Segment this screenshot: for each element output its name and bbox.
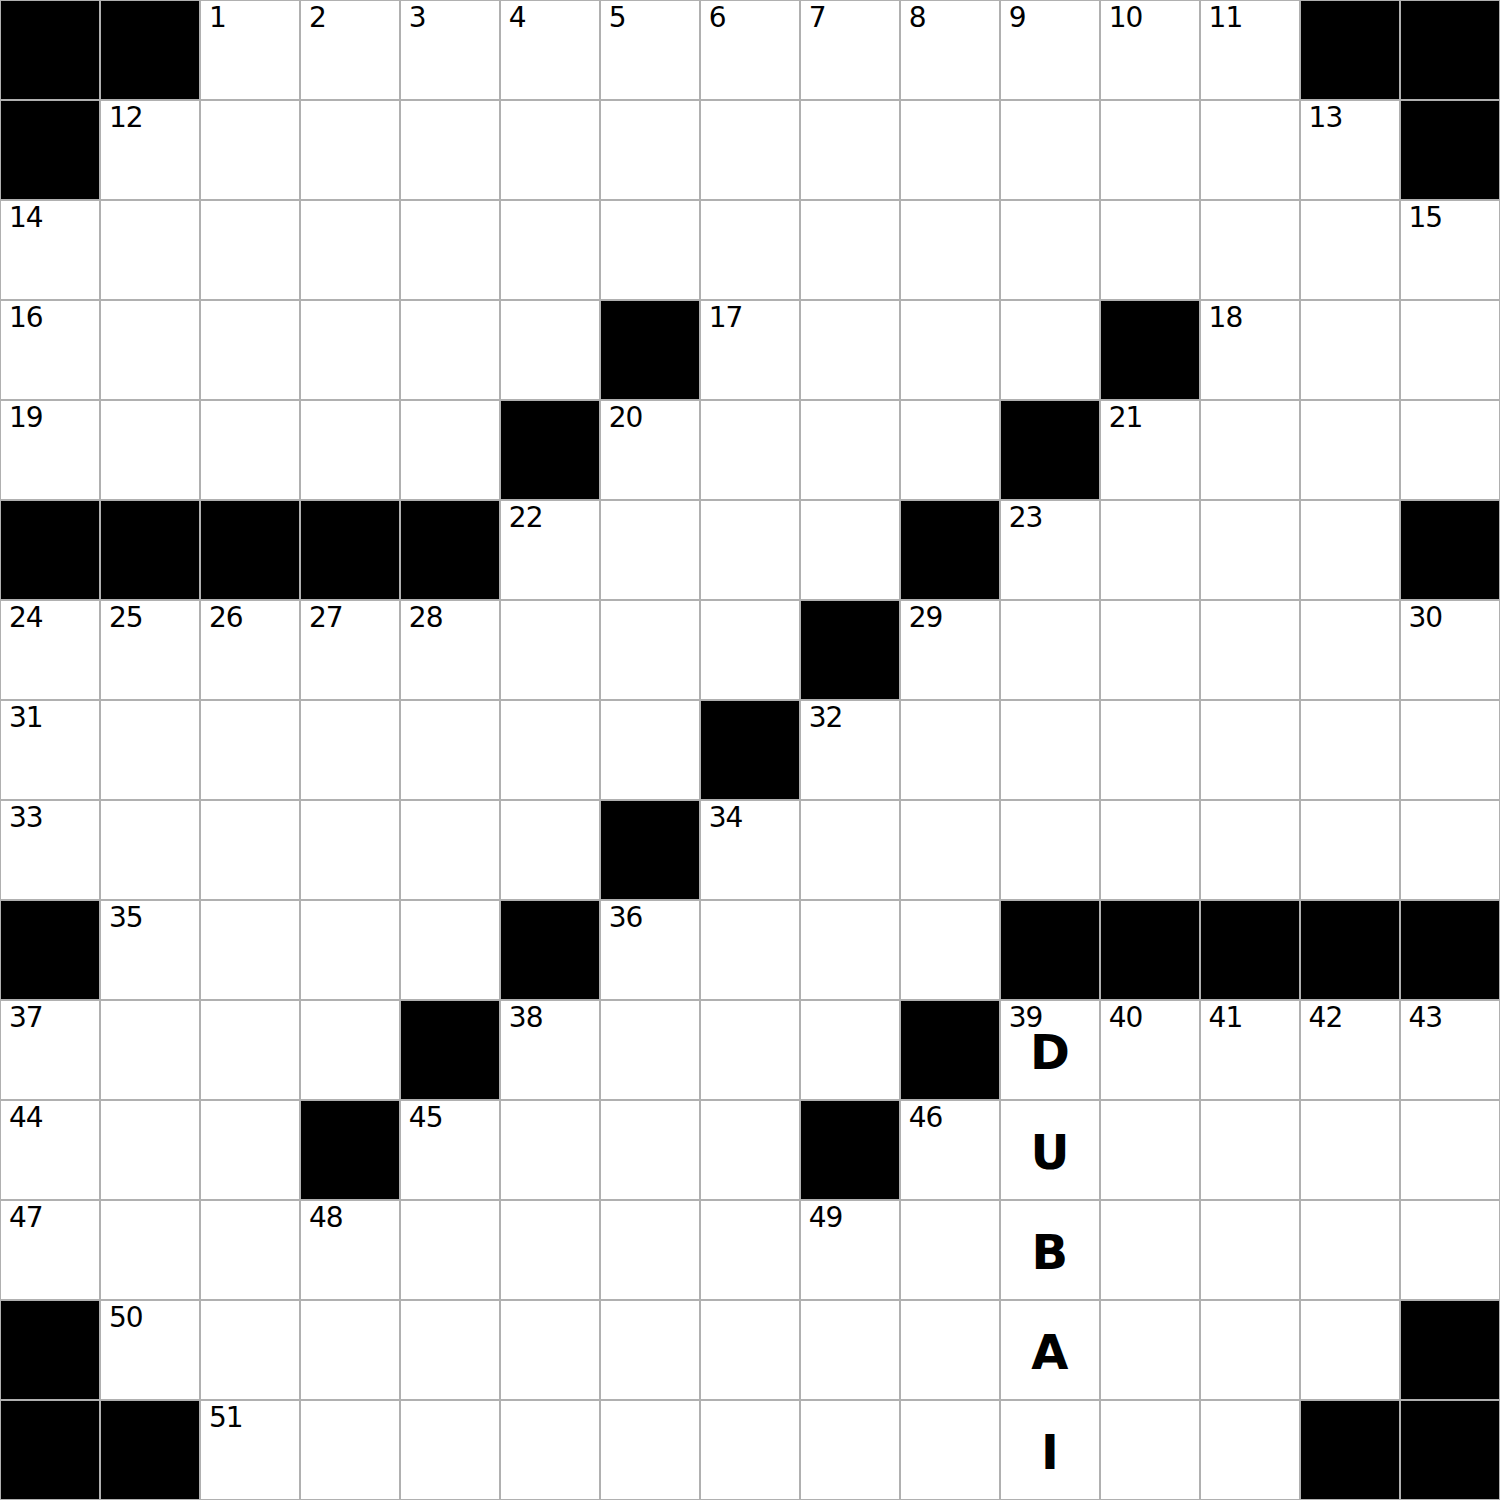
white-cell-r2c12[interactable] bbox=[1201, 201, 1299, 299]
filled-letter-r12c10: B bbox=[1032, 1224, 1069, 1280]
white-cell-r3c2[interactable] bbox=[201, 301, 299, 399]
white-cell-r8c10[interactable] bbox=[1001, 801, 1099, 899]
white-cell-r3c8[interactable] bbox=[801, 301, 899, 399]
white-cell-r13c11[interactable] bbox=[1101, 1301, 1199, 1399]
white-cell-r11c5[interactable] bbox=[501, 1101, 599, 1199]
white-cell-r12c6[interactable] bbox=[601, 1201, 699, 1299]
white-cell-r5c12[interactable] bbox=[1201, 501, 1299, 599]
white-cell-r8c3[interactable] bbox=[301, 801, 399, 899]
white-cell-r13c4[interactable] bbox=[401, 1301, 499, 1399]
white-cell-r3c0[interactable]: 16 bbox=[1, 301, 99, 399]
clue-number-32: 32 bbox=[809, 703, 843, 734]
black-cell-r9c5 bbox=[501, 901, 599, 999]
black-cell-r3c6 bbox=[601, 301, 699, 399]
filled-letter-r13c10: A bbox=[1031, 1324, 1068, 1380]
white-cell-r4c3[interactable] bbox=[301, 401, 399, 499]
white-cell-r5c6[interactable] bbox=[601, 501, 699, 599]
white-cell-r1c11[interactable] bbox=[1101, 101, 1199, 199]
clue-number-40: 40 bbox=[1109, 1003, 1143, 1034]
black-cell-r14c1 bbox=[101, 1401, 199, 1499]
white-cell-r6c11[interactable] bbox=[1101, 601, 1199, 699]
white-cell-r8c13[interactable] bbox=[1301, 801, 1399, 899]
white-cell-r10c6[interactable] bbox=[601, 1001, 699, 1099]
white-cell-r12c3[interactable]: 48 bbox=[301, 1201, 399, 1299]
white-cell-r2c14[interactable]: 15 bbox=[1401, 201, 1499, 299]
white-cell-r2c5[interactable] bbox=[501, 201, 599, 299]
clue-number-35: 35 bbox=[109, 903, 143, 934]
white-cell-r2c10[interactable] bbox=[1001, 201, 1099, 299]
white-cell-r8c2[interactable] bbox=[201, 801, 299, 899]
clue-number-21: 21 bbox=[1109, 403, 1143, 434]
black-cell-r10c4 bbox=[401, 1001, 499, 1099]
white-cell-r12c0[interactable]: 47 bbox=[1, 1201, 99, 1299]
white-cell-r7c11[interactable] bbox=[1101, 701, 1199, 799]
clue-number-17: 17 bbox=[709, 303, 743, 334]
black-cell-r13c0 bbox=[1, 1301, 99, 1399]
black-cell-r9c11 bbox=[1101, 901, 1199, 999]
white-cell-r7c3[interactable] bbox=[301, 701, 399, 799]
clue-number-3: 3 bbox=[409, 3, 426, 34]
black-cell-r5c14 bbox=[1401, 501, 1499, 599]
white-cell-r9c7[interactable] bbox=[701, 901, 799, 999]
white-cell-r7c10[interactable] bbox=[1001, 701, 1099, 799]
clue-number-11: 11 bbox=[1209, 3, 1243, 34]
white-cell-r11c2[interactable] bbox=[201, 1101, 299, 1199]
white-cell-r0c9[interactable]: 8 bbox=[901, 1, 999, 99]
clue-number-14: 14 bbox=[9, 203, 43, 234]
white-cell-r4c13[interactable] bbox=[1301, 401, 1399, 499]
white-cell-r14c5[interactable] bbox=[501, 1401, 599, 1499]
white-cell-r8c0[interactable]: 33 bbox=[1, 801, 99, 899]
white-cell-r1c3[interactable] bbox=[301, 101, 399, 199]
black-cell-r11c3 bbox=[301, 1101, 399, 1199]
white-cell-r8c7[interactable]: 34 bbox=[701, 801, 799, 899]
clue-number-43: 43 bbox=[1409, 1003, 1443, 1034]
white-cell-r11c13[interactable] bbox=[1301, 1101, 1399, 1199]
white-cell-r2c9[interactable] bbox=[901, 201, 999, 299]
clue-number-28: 28 bbox=[409, 603, 443, 634]
white-cell-r9c8[interactable] bbox=[801, 901, 899, 999]
white-cell-r5c7[interactable] bbox=[701, 501, 799, 599]
white-cell-r6c0[interactable]: 24 bbox=[1, 601, 99, 699]
white-cell-r6c5[interactable] bbox=[501, 601, 599, 699]
clue-number-8: 8 bbox=[909, 3, 926, 34]
white-cell-r8c12[interactable] bbox=[1201, 801, 1299, 899]
clue-number-5: 5 bbox=[609, 3, 626, 34]
white-cell-r4c8[interactable] bbox=[801, 401, 899, 499]
black-cell-r5c9 bbox=[901, 501, 999, 599]
white-cell-r10c1[interactable] bbox=[101, 1001, 199, 1099]
white-cell-r1c12[interactable] bbox=[1201, 101, 1299, 199]
white-cell-r6c7[interactable] bbox=[701, 601, 799, 699]
filled-letter-r11c10: U bbox=[1030, 1124, 1069, 1180]
white-cell-r10c14[interactable]: 43 bbox=[1401, 1001, 1499, 1099]
white-cell-r10c0[interactable]: 37 bbox=[1, 1001, 99, 1099]
white-cell-r2c8[interactable] bbox=[801, 201, 899, 299]
white-cell-r14c3[interactable] bbox=[301, 1401, 399, 1499]
white-cell-r2c4[interactable] bbox=[401, 201, 499, 299]
white-cell-r3c5[interactable] bbox=[501, 301, 599, 399]
white-cell-r6c10[interactable] bbox=[1001, 601, 1099, 699]
filled-letter-r14c10: I bbox=[1041, 1424, 1059, 1480]
white-cell-r13c12[interactable] bbox=[1201, 1301, 1299, 1399]
clue-number-18: 18 bbox=[1209, 303, 1243, 334]
white-cell-r12c1[interactable] bbox=[101, 1201, 199, 1299]
white-cell-r14c2[interactable]: 51 bbox=[201, 1401, 299, 1499]
white-cell-r8c1[interactable] bbox=[101, 801, 199, 899]
clue-number-38: 38 bbox=[509, 1003, 543, 1034]
white-cell-r1c1[interactable]: 12 bbox=[101, 101, 199, 199]
white-cell-r2c0[interactable]: 14 bbox=[1, 201, 99, 299]
white-cell-r3c9[interactable] bbox=[901, 301, 999, 399]
white-cell-r14c8[interactable] bbox=[801, 1401, 899, 1499]
black-cell-r1c0 bbox=[1, 101, 99, 199]
white-cell-r6c14[interactable]: 30 bbox=[1401, 601, 1499, 699]
white-cell-r9c4[interactable] bbox=[401, 901, 499, 999]
black-cell-r9c13 bbox=[1301, 901, 1399, 999]
white-cell-r4c7[interactable] bbox=[701, 401, 799, 499]
white-cell-r6c9[interactable]: 29 bbox=[901, 601, 999, 699]
black-cell-r0c14 bbox=[1401, 1, 1499, 99]
white-cell-r10c5[interactable]: 38 bbox=[501, 1001, 599, 1099]
white-cell-r6c1[interactable]: 25 bbox=[101, 601, 199, 699]
clue-number-12: 12 bbox=[109, 103, 143, 134]
white-cell-r12c7[interactable] bbox=[701, 1201, 799, 1299]
black-cell-r14c0 bbox=[1, 1401, 99, 1499]
white-cell-r7c9[interactable] bbox=[901, 701, 999, 799]
white-cell-r3c1[interactable] bbox=[101, 301, 199, 399]
white-cell-r13c2[interactable] bbox=[201, 1301, 299, 1399]
white-cell-r7c12[interactable] bbox=[1201, 701, 1299, 799]
white-cell-r13c8[interactable] bbox=[801, 1301, 899, 1399]
white-cell-r10c11[interactable]: 40 bbox=[1101, 1001, 1199, 1099]
white-cell-r5c13[interactable] bbox=[1301, 501, 1399, 599]
white-cell-r11c1[interactable] bbox=[101, 1101, 199, 1199]
clue-number-16: 16 bbox=[9, 303, 43, 334]
clue-number-26: 26 bbox=[209, 603, 243, 634]
clue-number-20: 20 bbox=[609, 403, 643, 434]
white-cell-r7c8[interactable]: 32 bbox=[801, 701, 899, 799]
black-cell-r13c14 bbox=[1401, 1301, 1499, 1399]
white-cell-r0c12[interactable]: 11 bbox=[1201, 1, 1299, 99]
black-cell-r9c12 bbox=[1201, 901, 1299, 999]
white-cell-r10c7[interactable] bbox=[701, 1001, 799, 1099]
white-cell-r5c8[interactable] bbox=[801, 501, 899, 599]
white-cell-r14c10[interactable]: I bbox=[1001, 1401, 1099, 1499]
white-cell-r1c10[interactable] bbox=[1001, 101, 1099, 199]
white-cell-r12c12[interactable] bbox=[1201, 1201, 1299, 1299]
black-cell-r4c5 bbox=[501, 401, 599, 499]
white-cell-r8c5[interactable] bbox=[501, 801, 599, 899]
white-cell-r10c8[interactable] bbox=[801, 1001, 899, 1099]
white-cell-r11c6[interactable] bbox=[601, 1101, 699, 1199]
clue-number-19: 19 bbox=[9, 403, 43, 434]
crossword-grid: 1234567891011121314151617181920212223242… bbox=[0, 0, 1500, 1500]
black-cell-r11c8 bbox=[801, 1101, 899, 1199]
clue-number-1: 1 bbox=[209, 3, 226, 34]
white-cell-r6c4[interactable]: 28 bbox=[401, 601, 499, 699]
white-cell-r4c11[interactable]: 21 bbox=[1101, 401, 1199, 499]
white-cell-r14c6[interactable] bbox=[601, 1401, 699, 1499]
white-cell-r8c8[interactable] bbox=[801, 801, 899, 899]
black-cell-r5c4 bbox=[401, 501, 499, 599]
white-cell-r0c7[interactable]: 6 bbox=[701, 1, 799, 99]
clue-number-48: 48 bbox=[309, 1203, 343, 1234]
white-cell-r3c4[interactable] bbox=[401, 301, 499, 399]
black-cell-r9c14 bbox=[1401, 901, 1499, 999]
black-cell-r9c0 bbox=[1, 901, 99, 999]
clue-number-42: 42 bbox=[1309, 1003, 1343, 1034]
clue-number-4: 4 bbox=[509, 3, 526, 34]
white-cell-r7c4[interactable] bbox=[401, 701, 499, 799]
clue-number-37: 37 bbox=[9, 1003, 43, 1034]
white-cell-r8c11[interactable] bbox=[1101, 801, 1199, 899]
white-cell-r3c7[interactable]: 17 bbox=[701, 301, 799, 399]
black-cell-r0c0 bbox=[1, 1, 99, 99]
black-cell-r1c14 bbox=[1401, 101, 1499, 199]
white-cell-r5c5[interactable]: 22 bbox=[501, 501, 599, 599]
white-cell-r10c13[interactable]: 42 bbox=[1301, 1001, 1399, 1099]
black-cell-r4c10 bbox=[1001, 401, 1099, 499]
white-cell-r4c2[interactable] bbox=[201, 401, 299, 499]
clue-number-50: 50 bbox=[109, 1303, 143, 1334]
white-cell-r3c12[interactable]: 18 bbox=[1201, 301, 1299, 399]
clue-number-9: 9 bbox=[1009, 3, 1026, 34]
white-cell-r3c13[interactable] bbox=[1301, 301, 1399, 399]
white-cell-r8c14[interactable] bbox=[1401, 801, 1499, 899]
black-cell-r6c8 bbox=[801, 601, 899, 699]
black-cell-r14c13 bbox=[1301, 1401, 1399, 1499]
white-cell-r8c4[interactable] bbox=[401, 801, 499, 899]
clue-number-44: 44 bbox=[9, 1103, 43, 1134]
clue-number-49: 49 bbox=[809, 1203, 843, 1234]
black-cell-r10c9 bbox=[901, 1001, 999, 1099]
white-cell-r12c9[interactable] bbox=[901, 1201, 999, 1299]
white-cell-r4c1[interactable] bbox=[101, 401, 199, 499]
white-cell-r12c2[interactable] bbox=[201, 1201, 299, 1299]
clue-number-24: 24 bbox=[9, 603, 43, 634]
white-cell-r4c9[interactable] bbox=[901, 401, 999, 499]
white-cell-r1c9[interactable] bbox=[901, 101, 999, 199]
clue-number-33: 33 bbox=[9, 803, 43, 834]
black-cell-r0c1 bbox=[101, 1, 199, 99]
white-cell-r2c11[interactable] bbox=[1101, 201, 1199, 299]
white-cell-r6c12[interactable] bbox=[1201, 601, 1299, 699]
white-cell-r6c3[interactable]: 27 bbox=[301, 601, 399, 699]
clue-number-47: 47 bbox=[9, 1203, 43, 1234]
white-cell-r11c4[interactable]: 45 bbox=[401, 1101, 499, 1199]
white-cell-r3c10[interactable] bbox=[1001, 301, 1099, 399]
black-cell-r5c0 bbox=[1, 501, 99, 599]
white-cell-r10c12[interactable]: 41 bbox=[1201, 1001, 1299, 1099]
white-cell-r12c13[interactable] bbox=[1301, 1201, 1399, 1299]
white-cell-r12c8[interactable]: 49 bbox=[801, 1201, 899, 1299]
clue-number-27: 27 bbox=[309, 603, 343, 634]
black-cell-r0c13 bbox=[1301, 1, 1399, 99]
white-cell-r1c6[interactable] bbox=[601, 101, 699, 199]
white-cell-r2c6[interactable] bbox=[601, 201, 699, 299]
white-cell-r9c9[interactable] bbox=[901, 901, 999, 999]
black-cell-r5c2 bbox=[201, 501, 299, 599]
clue-number-23: 23 bbox=[1009, 503, 1043, 534]
white-cell-r0c2[interactable]: 1 bbox=[201, 1, 299, 99]
white-cell-r0c6[interactable]: 5 bbox=[601, 1, 699, 99]
white-cell-r7c5[interactable] bbox=[501, 701, 599, 799]
clue-number-31: 31 bbox=[9, 703, 43, 734]
white-cell-r11c9[interactable]: 46 bbox=[901, 1101, 999, 1199]
white-cell-r2c3[interactable] bbox=[301, 201, 399, 299]
white-cell-r7c6[interactable] bbox=[601, 701, 699, 799]
clue-number-34: 34 bbox=[709, 803, 743, 834]
clue-number-29: 29 bbox=[909, 603, 943, 634]
white-cell-r4c12[interactable] bbox=[1201, 401, 1299, 499]
clue-number-13: 13 bbox=[1309, 103, 1343, 134]
white-cell-r12c11[interactable] bbox=[1101, 1201, 1199, 1299]
white-cell-r11c10[interactable]: U bbox=[1001, 1101, 1099, 1199]
clue-number-36: 36 bbox=[609, 903, 643, 934]
white-cell-r0c8[interactable]: 7 bbox=[801, 1, 899, 99]
white-cell-r0c5[interactable]: 4 bbox=[501, 1, 599, 99]
white-cell-r11c7[interactable] bbox=[701, 1101, 799, 1199]
white-cell-r1c4[interactable] bbox=[401, 101, 499, 199]
white-cell-r12c14[interactable] bbox=[1401, 1201, 1499, 1299]
white-cell-r14c11[interactable] bbox=[1101, 1401, 1199, 1499]
white-cell-r7c14[interactable] bbox=[1401, 701, 1499, 799]
white-cell-r6c13[interactable] bbox=[1301, 601, 1399, 699]
white-cell-r9c6[interactable]: 36 bbox=[601, 901, 699, 999]
white-cell-r1c2[interactable] bbox=[201, 101, 299, 199]
clue-number-15: 15 bbox=[1409, 203, 1443, 234]
white-cell-r14c9[interactable] bbox=[901, 1401, 999, 1499]
black-cell-r3c11 bbox=[1101, 301, 1199, 399]
black-cell-r9c10 bbox=[1001, 901, 1099, 999]
white-cell-r6c2[interactable]: 26 bbox=[201, 601, 299, 699]
white-cell-r1c13[interactable]: 13 bbox=[1301, 101, 1399, 199]
white-cell-r8c9[interactable] bbox=[901, 801, 999, 899]
white-cell-r14c7[interactable] bbox=[701, 1401, 799, 1499]
white-cell-r7c2[interactable] bbox=[201, 701, 299, 799]
white-cell-r13c1[interactable]: 50 bbox=[101, 1301, 199, 1399]
white-cell-r4c0[interactable]: 19 bbox=[1, 401, 99, 499]
clue-number-41: 41 bbox=[1209, 1003, 1243, 1034]
white-cell-r14c4[interactable] bbox=[401, 1401, 499, 1499]
clue-number-2: 2 bbox=[309, 3, 326, 34]
white-cell-r13c3[interactable] bbox=[301, 1301, 399, 1399]
white-cell-r11c11[interactable] bbox=[1101, 1101, 1199, 1199]
white-cell-r13c13[interactable] bbox=[1301, 1301, 1399, 1399]
white-cell-r10c10[interactable]: 39D bbox=[1001, 1001, 1099, 1099]
white-cell-r2c2[interactable] bbox=[201, 201, 299, 299]
clue-number-22: 22 bbox=[509, 503, 543, 534]
white-cell-r2c7[interactable] bbox=[701, 201, 799, 299]
white-cell-r11c14[interactable] bbox=[1401, 1101, 1499, 1199]
clue-number-30: 30 bbox=[1409, 603, 1443, 634]
black-cell-r8c6 bbox=[601, 801, 699, 899]
white-cell-r12c4[interactable] bbox=[401, 1201, 499, 1299]
white-cell-r14c12[interactable] bbox=[1201, 1401, 1299, 1499]
white-cell-r11c0[interactable]: 44 bbox=[1, 1101, 99, 1199]
clue-number-6: 6 bbox=[709, 3, 726, 34]
white-cell-r2c1[interactable] bbox=[101, 201, 199, 299]
white-cell-r13c5[interactable] bbox=[501, 1301, 599, 1399]
white-cell-r7c13[interactable] bbox=[1301, 701, 1399, 799]
black-cell-r5c3 bbox=[301, 501, 399, 599]
white-cell-r0c11[interactable]: 10 bbox=[1101, 1, 1199, 99]
white-cell-r12c5[interactable] bbox=[501, 1201, 599, 1299]
white-cell-r5c10[interactable]: 23 bbox=[1001, 501, 1099, 599]
white-cell-r3c3[interactable] bbox=[301, 301, 399, 399]
white-cell-r4c14[interactable] bbox=[1401, 401, 1499, 499]
black-cell-r14c14 bbox=[1401, 1401, 1499, 1499]
white-cell-r7c1[interactable] bbox=[101, 701, 199, 799]
white-cell-r6c6[interactable] bbox=[601, 601, 699, 699]
white-cell-r9c1[interactable]: 35 bbox=[101, 901, 199, 999]
clue-number-51: 51 bbox=[209, 1403, 243, 1434]
white-cell-r13c7[interactable] bbox=[701, 1301, 799, 1399]
white-cell-r0c3[interactable]: 2 bbox=[301, 1, 399, 99]
white-cell-r10c3[interactable] bbox=[301, 1001, 399, 1099]
black-cell-r7c7 bbox=[701, 701, 799, 799]
clue-number-7: 7 bbox=[809, 3, 826, 34]
white-cell-r1c7[interactable] bbox=[701, 101, 799, 199]
clue-number-45: 45 bbox=[409, 1103, 443, 1134]
white-cell-r0c4[interactable]: 3 bbox=[401, 1, 499, 99]
white-cell-r7c0[interactable]: 31 bbox=[1, 701, 99, 799]
white-cell-r4c4[interactable] bbox=[401, 401, 499, 499]
clue-number-46: 46 bbox=[909, 1103, 943, 1134]
white-cell-r2c13[interactable] bbox=[1301, 201, 1399, 299]
white-cell-r3c14[interactable] bbox=[1401, 301, 1499, 399]
white-cell-r9c3[interactable] bbox=[301, 901, 399, 999]
clue-number-10: 10 bbox=[1109, 3, 1143, 34]
white-cell-r11c12[interactable] bbox=[1201, 1101, 1299, 1199]
white-cell-r13c6[interactable] bbox=[601, 1301, 699, 1399]
white-cell-r13c10[interactable]: A bbox=[1001, 1301, 1099, 1399]
white-cell-r4c6[interactable]: 20 bbox=[601, 401, 699, 499]
white-cell-r9c2[interactable] bbox=[201, 901, 299, 999]
black-cell-r5c1 bbox=[101, 501, 199, 599]
white-cell-r12c10[interactable]: B bbox=[1001, 1201, 1099, 1299]
white-cell-r5c11[interactable] bbox=[1101, 501, 1199, 599]
white-cell-r0c10[interactable]: 9 bbox=[1001, 1, 1099, 99]
white-cell-r1c5[interactable] bbox=[501, 101, 599, 199]
clue-number-39: 39 bbox=[1009, 1003, 1043, 1034]
clue-number-25: 25 bbox=[109, 603, 143, 634]
white-cell-r1c8[interactable] bbox=[801, 101, 899, 199]
white-cell-r10c2[interactable] bbox=[201, 1001, 299, 1099]
white-cell-r13c9[interactable] bbox=[901, 1301, 999, 1399]
